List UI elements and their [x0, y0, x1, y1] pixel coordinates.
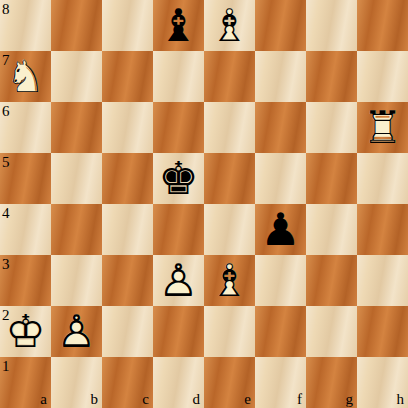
square-b1[interactable]: b [51, 357, 102, 408]
white-rook-outline-glyph-icon: ♖ [357, 102, 408, 153]
square-h5[interactable] [357, 153, 408, 204]
piece-white-bishop[interactable]: ♝♗ [204, 0, 255, 51]
square-f5[interactable] [255, 153, 306, 204]
file-label-g: g [346, 392, 354, 407]
square-d3[interactable]: ♟♙ [153, 255, 204, 306]
square-h8[interactable] [357, 0, 408, 51]
piece-black-bishop[interactable]: ♝ [153, 0, 204, 51]
rank-label-5: 5 [2, 155, 10, 170]
square-e8[interactable]: ♝♗ [204, 0, 255, 51]
square-a7[interactable]: 7♞♘ [0, 51, 51, 102]
square-c4[interactable] [102, 204, 153, 255]
square-e7[interactable] [204, 51, 255, 102]
square-d2[interactable] [153, 306, 204, 357]
square-e5[interactable] [204, 153, 255, 204]
square-a6[interactable]: 6 [0, 102, 51, 153]
square-a8[interactable]: 8 [0, 0, 51, 51]
square-b2[interactable]: ♟♙ [51, 306, 102, 357]
rank-label-1: 1 [2, 359, 10, 374]
square-f4[interactable]: ♟ [255, 204, 306, 255]
square-c7[interactable] [102, 51, 153, 102]
square-b6[interactable] [51, 102, 102, 153]
square-c6[interactable] [102, 102, 153, 153]
square-d7[interactable] [153, 51, 204, 102]
square-b7[interactable] [51, 51, 102, 102]
file-label-f: f [297, 392, 302, 407]
rank-label-7: 7 [2, 53, 10, 68]
square-c3[interactable] [102, 255, 153, 306]
square-e6[interactable] [204, 102, 255, 153]
square-e2[interactable] [204, 306, 255, 357]
rank-label-3: 3 [2, 257, 10, 272]
rank-label-8: 8 [2, 2, 10, 17]
square-a5[interactable]: 5 [0, 153, 51, 204]
rank-label-2: 2 [2, 308, 10, 323]
square-h4[interactable] [357, 204, 408, 255]
square-f7[interactable] [255, 51, 306, 102]
square-d8[interactable]: ♝ [153, 0, 204, 51]
file-label-d: d [193, 392, 201, 407]
piece-white-pawn[interactable]: ♟♙ [153, 255, 204, 306]
square-f1[interactable]: f [255, 357, 306, 408]
piece-black-pawn[interactable]: ♟ [255, 204, 306, 255]
square-f8[interactable] [255, 0, 306, 51]
square-a3[interactable]: 3 [0, 255, 51, 306]
piece-white-bishop[interactable]: ♝♗ [204, 255, 255, 306]
black-bishop-glyph-icon: ♝ [153, 0, 204, 51]
square-a4[interactable]: 4 [0, 204, 51, 255]
rank-label-4: 4 [2, 206, 10, 221]
square-e1[interactable]: e [204, 357, 255, 408]
square-d4[interactable] [153, 204, 204, 255]
square-a2[interactable]: 2♚♔ [0, 306, 51, 357]
piece-white-rook[interactable]: ♜♖ [357, 102, 408, 153]
square-d5[interactable]: ♚ [153, 153, 204, 204]
rank-label-6: 6 [2, 104, 10, 119]
square-b5[interactable] [51, 153, 102, 204]
square-h2[interactable] [357, 306, 408, 357]
piece-white-pawn[interactable]: ♟♙ [51, 306, 102, 357]
square-d6[interactable] [153, 102, 204, 153]
square-f2[interactable] [255, 306, 306, 357]
square-g8[interactable] [306, 0, 357, 51]
square-e3[interactable]: ♝♗ [204, 255, 255, 306]
chess-board: 8♝♝♗7♞♘6♜♖5♚4♟3♟♙♝♗2♚♔♟♙1abcdefgh [0, 0, 408, 408]
square-h1[interactable]: h [357, 357, 408, 408]
square-h7[interactable] [357, 51, 408, 102]
square-b4[interactable] [51, 204, 102, 255]
white-pawn-outline-glyph-icon: ♙ [153, 255, 204, 306]
square-g6[interactable] [306, 102, 357, 153]
square-g5[interactable] [306, 153, 357, 204]
square-g7[interactable] [306, 51, 357, 102]
square-e4[interactable] [204, 204, 255, 255]
square-g4[interactable] [306, 204, 357, 255]
file-label-b: b [91, 392, 99, 407]
black-king-glyph-icon: ♚ [153, 153, 204, 204]
square-a1[interactable]: 1a [0, 357, 51, 408]
piece-black-king[interactable]: ♚ [153, 153, 204, 204]
square-g1[interactable]: g [306, 357, 357, 408]
square-c5[interactable] [102, 153, 153, 204]
square-h3[interactable] [357, 255, 408, 306]
white-pawn-outline-glyph-icon: ♙ [51, 306, 102, 357]
file-label-e: e [244, 392, 251, 407]
file-label-h: h [397, 392, 405, 407]
file-label-c: c [142, 392, 149, 407]
square-h6[interactable]: ♜♖ [357, 102, 408, 153]
square-d1[interactable]: d [153, 357, 204, 408]
square-f6[interactable] [255, 102, 306, 153]
square-c8[interactable] [102, 0, 153, 51]
white-bishop-outline-glyph-icon: ♗ [204, 0, 255, 51]
square-c1[interactable]: c [102, 357, 153, 408]
square-g2[interactable] [306, 306, 357, 357]
square-b8[interactable] [51, 0, 102, 51]
square-c2[interactable] [102, 306, 153, 357]
file-label-a: a [40, 392, 47, 407]
white-bishop-outline-glyph-icon: ♗ [204, 255, 255, 306]
square-f3[interactable] [255, 255, 306, 306]
square-b3[interactable] [51, 255, 102, 306]
black-pawn-glyph-icon: ♟ [255, 204, 306, 255]
square-g3[interactable] [306, 255, 357, 306]
